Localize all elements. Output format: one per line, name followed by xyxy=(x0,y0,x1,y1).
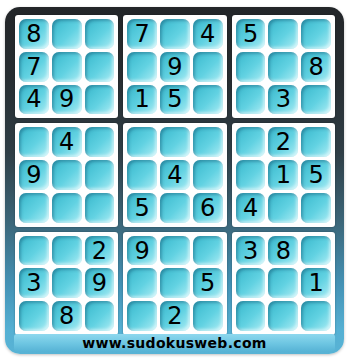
block-1-2: 74915 xyxy=(123,15,226,118)
cell-r3c1[interactable]: 4 xyxy=(19,85,49,115)
cell-r7c3[interactable]: 2 xyxy=(85,236,115,266)
cell-r4c2[interactable]: 4 xyxy=(52,127,82,157)
cell-r2c9[interactable]: 8 xyxy=(301,52,331,82)
block-2-3: 2154 xyxy=(232,123,335,226)
cell-r5c6[interactable] xyxy=(193,160,223,190)
cell-r6c4[interactable]: 5 xyxy=(127,193,157,223)
cell-r4c9[interactable] xyxy=(301,127,331,157)
cell-r3c6[interactable] xyxy=(193,85,223,115)
cell-r9c5[interactable]: 2 xyxy=(160,301,190,331)
cell-r9c1[interactable] xyxy=(19,301,49,331)
footer-bar: www.sudokusweb.com xyxy=(14,334,335,351)
cell-r3c4[interactable]: 1 xyxy=(127,85,157,115)
cell-r8c4[interactable] xyxy=(127,268,157,298)
cell-r7c8[interactable]: 8 xyxy=(268,236,298,266)
cell-r5c8[interactable]: 1 xyxy=(268,160,298,190)
cell-r9c8[interactable] xyxy=(268,301,298,331)
cell-r8c1[interactable]: 3 xyxy=(19,268,49,298)
cell-r2c1[interactable]: 7 xyxy=(19,52,49,82)
cell-r8c3[interactable]: 9 xyxy=(85,268,115,298)
cell-r4c1[interactable] xyxy=(19,127,49,157)
cell-r7c1[interactable] xyxy=(19,236,49,266)
cell-r7c7[interactable]: 3 xyxy=(236,236,266,266)
cell-r8c8[interactable] xyxy=(268,268,298,298)
cell-r1c9[interactable] xyxy=(301,19,331,49)
cell-r1c1[interactable]: 8 xyxy=(19,19,49,49)
cell-r9c2[interactable]: 8 xyxy=(52,301,82,331)
cell-r2c7[interactable] xyxy=(236,52,266,82)
cell-r2c4[interactable] xyxy=(127,52,157,82)
cell-r6c9[interactable] xyxy=(301,193,331,223)
cell-r2c6[interactable] xyxy=(193,52,223,82)
cell-r8c9[interactable]: 1 xyxy=(301,268,331,298)
cell-r9c6[interactable] xyxy=(193,301,223,331)
page: 8749749155834945621542398952381 www.sudo… xyxy=(0,0,350,360)
cell-r6c8[interactable] xyxy=(268,193,298,223)
cell-r1c4[interactable]: 7 xyxy=(127,19,157,49)
cell-r1c3[interactable] xyxy=(85,19,115,49)
cell-r4c7[interactable] xyxy=(236,127,266,157)
cell-r3c2[interactable]: 9 xyxy=(52,85,82,115)
cell-r5c9[interactable]: 5 xyxy=(301,160,331,190)
cell-r6c3[interactable] xyxy=(85,193,115,223)
cell-r4c8[interactable]: 2 xyxy=(268,127,298,157)
cell-r7c9[interactable] xyxy=(301,236,331,266)
cell-r6c7[interactable]: 4 xyxy=(236,193,266,223)
cell-r4c6[interactable] xyxy=(193,127,223,157)
block-1-3: 583 xyxy=(232,15,335,118)
cell-r5c4[interactable] xyxy=(127,160,157,190)
cell-r4c5[interactable] xyxy=(160,127,190,157)
website-link[interactable]: www.sudokusweb.com xyxy=(82,335,266,351)
cell-r4c4[interactable] xyxy=(127,127,157,157)
block-1-1: 8749 xyxy=(15,15,118,118)
sudoku-grid: 8749749155834945621542398952381 xyxy=(15,15,335,335)
cell-r3c8[interactable]: 3 xyxy=(268,85,298,115)
cell-r2c3[interactable] xyxy=(85,52,115,82)
cell-r3c9[interactable] xyxy=(301,85,331,115)
cell-r6c2[interactable] xyxy=(52,193,82,223)
cell-r3c3[interactable] xyxy=(85,85,115,115)
cell-r5c5[interactable]: 4 xyxy=(160,160,190,190)
cell-r8c7[interactable] xyxy=(236,268,266,298)
cell-r1c6[interactable]: 4 xyxy=(193,19,223,49)
cell-r8c5[interactable] xyxy=(160,268,190,298)
cell-r1c7[interactable]: 5 xyxy=(236,19,266,49)
cell-r2c8[interactable] xyxy=(268,52,298,82)
cell-r1c8[interactable] xyxy=(268,19,298,49)
cell-r9c7[interactable] xyxy=(236,301,266,331)
cell-r9c9[interactable] xyxy=(301,301,331,331)
sudoku-board: 8749749155834945621542398952381 www.sudo… xyxy=(5,7,344,354)
cell-r9c4[interactable] xyxy=(127,301,157,331)
block-3-3: 381 xyxy=(232,232,335,335)
cell-r5c3[interactable] xyxy=(85,160,115,190)
block-2-1: 49 xyxy=(15,123,118,226)
cell-r7c4[interactable]: 9 xyxy=(127,236,157,266)
cell-r7c6[interactable] xyxy=(193,236,223,266)
cell-r6c6[interactable]: 6 xyxy=(193,193,223,223)
cell-r5c1[interactable]: 9 xyxy=(19,160,49,190)
cell-r9c3[interactable] xyxy=(85,301,115,331)
cell-r5c7[interactable] xyxy=(236,160,266,190)
cell-r2c2[interactable] xyxy=(52,52,82,82)
cell-r7c5[interactable] xyxy=(160,236,190,266)
cell-r3c7[interactable] xyxy=(236,85,266,115)
cell-r1c2[interactable] xyxy=(52,19,82,49)
cell-r4c3[interactable] xyxy=(85,127,115,157)
cell-r3c5[interactable]: 5 xyxy=(160,85,190,115)
block-3-2: 952 xyxy=(123,232,226,335)
cell-r8c2[interactable] xyxy=(52,268,82,298)
cell-r5c2[interactable] xyxy=(52,160,82,190)
cell-r2c5[interactable]: 9 xyxy=(160,52,190,82)
cell-r1c5[interactable] xyxy=(160,19,190,49)
cell-r7c2[interactable] xyxy=(52,236,82,266)
cell-r6c1[interactable] xyxy=(19,193,49,223)
block-2-2: 456 xyxy=(123,123,226,226)
cell-r8c6[interactable]: 5 xyxy=(193,268,223,298)
block-3-1: 2398 xyxy=(15,232,118,335)
cell-r6c5[interactable] xyxy=(160,193,190,223)
